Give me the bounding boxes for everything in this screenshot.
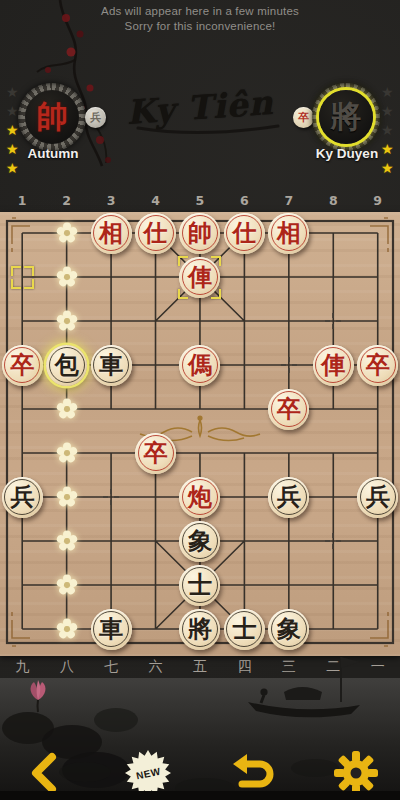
file-label: 6 <box>222 193 266 208</box>
file-label: 4 <box>133 193 177 208</box>
settings-gear-icon <box>334 751 378 795</box>
right-player-avatar[interactable]: 將 <box>312 83 380 151</box>
piece-black-chariot[interactable]: 車 <box>91 345 132 386</box>
new-game-button[interactable]: NEW <box>124 749 172 797</box>
red-general-avatar-glyph: 帥 <box>25 90 79 144</box>
rating-star-filled: ★ <box>6 161 19 176</box>
piece-red-advisor[interactable]: 仕 <box>135 213 176 254</box>
rating-star-empty: ★ <box>381 85 394 100</box>
move-hint-flower[interactable] <box>57 531 77 551</box>
rating-star-filled: ★ <box>381 161 394 176</box>
move-hint-flower[interactable] <box>57 575 77 595</box>
left-player-side-badge: 兵 <box>85 107 106 128</box>
board-star-point <box>281 357 297 373</box>
badge-piece-char: 卒 <box>298 110 309 125</box>
back-button[interactable] <box>20 749 68 797</box>
right-player-stars: ★★★★★ <box>381 85 394 176</box>
xiangqi-board[interactable]: 相仕帥仕相俥卒包車傌俥卒卒卒兵炮兵兵象士車將士象 <box>0 212 400 656</box>
piece-red-soldier[interactable]: 卒 <box>2 345 43 386</box>
last-move-marker <box>178 256 221 299</box>
last-move-marker <box>11 266 34 289</box>
file-labels-top: 123456789 <box>0 193 400 208</box>
piece-red-advisor[interactable]: 仕 <box>224 213 265 254</box>
piece-red-elephant[interactable]: 相 <box>91 213 132 254</box>
file-label: 2 <box>44 193 88 208</box>
new-starburst-icon: NEW <box>125 750 171 796</box>
board-star-point <box>103 489 119 505</box>
rating-star-empty: ★ <box>381 123 394 138</box>
piece-red-chariot[interactable]: 俥 <box>313 345 354 386</box>
piece-black-elephant[interactable]: 象 <box>179 521 220 562</box>
bottom-edge-bar <box>0 791 400 800</box>
piece-black-chariot[interactable]: 車 <box>91 609 132 650</box>
new-label: NEW <box>135 765 162 781</box>
right-player-side-badge: 卒 <box>293 107 314 128</box>
rating-star-empty: ★ <box>6 85 19 100</box>
piece-black-soldier[interactable]: 兵 <box>268 477 309 518</box>
move-hint-flower[interactable] <box>57 267 77 287</box>
left-player-name: Autumn <box>0 146 108 161</box>
board-star-point <box>325 533 341 549</box>
file-label: 9 <box>356 193 400 208</box>
rating-star-empty: ★ <box>6 104 19 119</box>
piece-red-general[interactable]: 帥 <box>179 213 220 254</box>
piece-red-soldier[interactable]: 卒 <box>357 345 398 386</box>
piece-red-cannon[interactable]: 炮 <box>179 477 220 518</box>
file-label: 8 <box>311 193 355 208</box>
piece-black-advisor[interactable]: 士 <box>179 565 220 606</box>
move-hint-flower[interactable] <box>57 223 77 243</box>
piece-black-soldier[interactable]: 兵 <box>357 477 398 518</box>
undo-button[interactable] <box>228 749 276 797</box>
rating-star-filled: ★ <box>6 123 19 138</box>
piece-red-soldier[interactable]: 卒 <box>268 389 309 430</box>
piece-black-soldier[interactable]: 兵 <box>2 477 43 518</box>
back-chevron-icon <box>26 751 62 795</box>
board-star-point <box>325 313 341 329</box>
move-hint-flower[interactable] <box>57 619 77 639</box>
ad-text-line1: Ads will appear here in a few minutes <box>0 5 400 17</box>
settings-button[interactable] <box>332 749 380 797</box>
file-label: 5 <box>178 193 222 208</box>
piece-red-elephant[interactable]: 相 <box>268 213 309 254</box>
ad-text-line2: Sorry for this inconvenience! <box>0 20 400 32</box>
app-screen: Ads will appear here in a few minutes So… <box>0 0 400 800</box>
black-general-avatar-glyph: 將 <box>319 90 373 144</box>
board-intersections-grid[interactable]: 相仕帥仕相俥卒包車傌俥卒卒卒兵炮兵兵象士車將士象 <box>0 211 400 652</box>
title-underline-swash <box>110 120 290 140</box>
move-hint-flower[interactable] <box>57 311 77 331</box>
move-hint-flower[interactable] <box>57 443 77 463</box>
right-player-name: Ky Duyen <box>292 146 400 161</box>
file-label: 3 <box>89 193 133 208</box>
piece-red-horse[interactable]: 傌 <box>179 345 220 386</box>
piece-black-general[interactable]: 將 <box>179 609 220 650</box>
file-label: 1 <box>0 193 44 208</box>
piece-black-advisor[interactable]: 士 <box>224 609 265 650</box>
left-player-stars: ★★★★★ <box>6 85 19 176</box>
rating-star-empty: ★ <box>381 104 394 119</box>
undo-arrow-icon <box>230 753 274 793</box>
file-label: 7 <box>267 193 311 208</box>
move-hint-flower[interactable] <box>57 487 77 507</box>
piece-black-cannon[interactable]: 包 <box>46 345 87 386</box>
badge-piece-char: 兵 <box>90 110 101 125</box>
left-player-avatar[interactable]: 帥 <box>18 83 86 151</box>
piece-black-elephant[interactable]: 象 <box>268 609 309 650</box>
piece-red-soldier[interactable]: 卒 <box>135 433 176 474</box>
move-hint-flower[interactable] <box>57 399 77 419</box>
